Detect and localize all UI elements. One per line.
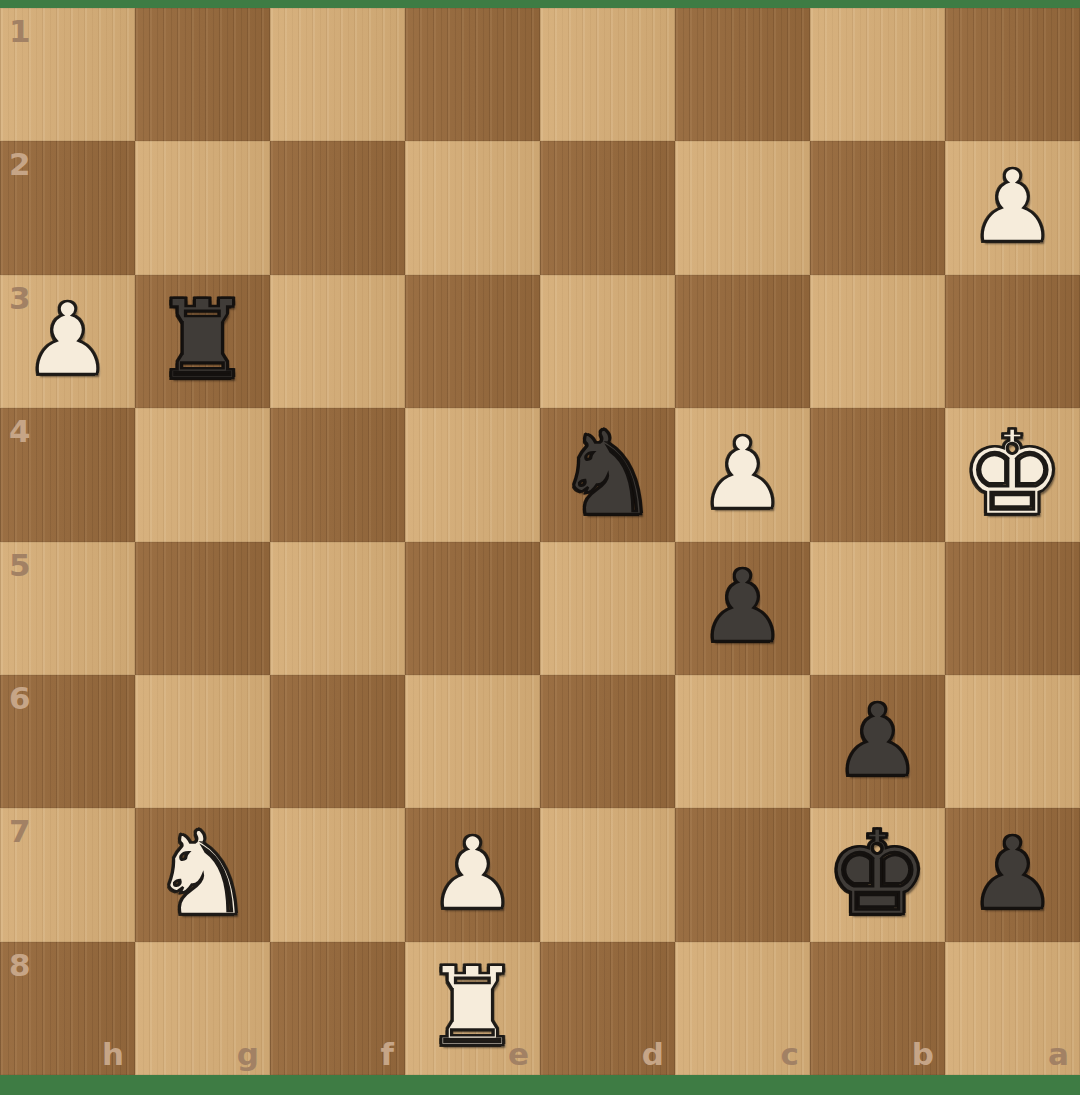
square-d5[interactable] <box>540 542 675 675</box>
square-d6[interactable] <box>540 675 675 808</box>
square-e6[interactable] <box>405 675 540 808</box>
square-a8[interactable]: a <box>945 942 1080 1075</box>
piece-black-pawn-a7[interactable]: ♟ <box>968 824 1058 924</box>
square-e2[interactable] <box>405 141 540 274</box>
square-g2[interactable] <box>135 141 270 274</box>
piece-white-king-a4[interactable]: ♚ <box>960 415 1065 532</box>
square-a4[interactable]: ♚ <box>945 408 1080 541</box>
square-d2[interactable] <box>540 141 675 274</box>
square-g7[interactable]: ♞ <box>135 808 270 941</box>
square-c1[interactable] <box>675 8 810 141</box>
square-a2[interactable]: ♟ <box>945 141 1080 274</box>
square-f6[interactable] <box>270 675 405 808</box>
piece-white-pawn-h3[interactable]: ♟ <box>23 290 113 390</box>
rank-label-2: 2 <box>9 149 31 180</box>
square-e8[interactable]: e♜ <box>405 942 540 1075</box>
square-f3[interactable] <box>270 275 405 408</box>
square-d1[interactable] <box>540 8 675 141</box>
square-f7[interactable] <box>270 808 405 941</box>
square-a7[interactable]: ♟ <box>945 808 1080 941</box>
square-a1[interactable] <box>945 8 1080 141</box>
rank-label-4: 4 <box>9 416 31 447</box>
square-e4[interactable] <box>405 408 540 541</box>
piece-black-king-b7[interactable]: ♚ <box>825 815 930 932</box>
file-label-h: h <box>102 1039 124 1070</box>
piece-black-rook-g3[interactable]: ♜ <box>153 285 252 395</box>
square-a3[interactable] <box>945 275 1080 408</box>
file-label-g: g <box>237 1039 259 1070</box>
square-f4[interactable] <box>270 408 405 541</box>
square-h2[interactable]: 2 <box>0 141 135 274</box>
square-c2[interactable] <box>675 141 810 274</box>
square-c3[interactable] <box>675 275 810 408</box>
rank-label-1: 1 <box>9 16 31 47</box>
file-label-b: b <box>912 1039 934 1070</box>
square-e5[interactable] <box>405 542 540 675</box>
piece-white-pawn-a2[interactable]: ♟ <box>968 157 1058 257</box>
square-c6[interactable] <box>675 675 810 808</box>
square-d3[interactable] <box>540 275 675 408</box>
square-f5[interactable] <box>270 542 405 675</box>
square-c4[interactable]: ♟ <box>675 408 810 541</box>
square-b8[interactable]: b <box>810 942 945 1075</box>
board-frame: 12♟3♟♜4♞♟♚5♟6♟7♞♟♚♟8hgfe♜dcba <box>0 0 1080 1095</box>
square-g8[interactable]: g <box>135 942 270 1075</box>
square-h3[interactable]: 3♟ <box>0 275 135 408</box>
square-f2[interactable] <box>270 141 405 274</box>
piece-black-pawn-b6[interactable]: ♟ <box>833 691 923 791</box>
square-h8[interactable]: 8h <box>0 942 135 1075</box>
chess-board: 12♟3♟♜4♞♟♚5♟6♟7♞♟♚♟8hgfe♜dcba <box>0 8 1080 1075</box>
square-a5[interactable] <box>945 542 1080 675</box>
piece-black-knight-d4[interactable]: ♞ <box>555 415 660 532</box>
square-b3[interactable] <box>810 275 945 408</box>
square-g4[interactable] <box>135 408 270 541</box>
square-h5[interactable]: 5 <box>0 542 135 675</box>
square-b7[interactable]: ♚ <box>810 808 945 941</box>
rank-label-7: 7 <box>9 816 31 847</box>
file-label-d: d <box>642 1039 664 1070</box>
square-c7[interactable] <box>675 808 810 941</box>
square-b1[interactable] <box>810 8 945 141</box>
piece-white-pawn-e7[interactable]: ♟ <box>428 824 518 924</box>
piece-black-pawn-c5[interactable]: ♟ <box>698 557 788 657</box>
square-g6[interactable] <box>135 675 270 808</box>
square-g3[interactable]: ♜ <box>135 275 270 408</box>
square-c5[interactable]: ♟ <box>675 542 810 675</box>
square-h7[interactable]: 7 <box>0 808 135 941</box>
square-g1[interactable] <box>135 8 270 141</box>
square-d7[interactable] <box>540 808 675 941</box>
square-b5[interactable] <box>810 542 945 675</box>
rank-label-8: 8 <box>9 950 31 981</box>
piece-white-pawn-c4[interactable]: ♟ <box>698 424 788 524</box>
square-h4[interactable]: 4 <box>0 408 135 541</box>
square-a6[interactable] <box>945 675 1080 808</box>
square-g5[interactable] <box>135 542 270 675</box>
square-b6[interactable]: ♟ <box>810 675 945 808</box>
square-e7[interactable]: ♟ <box>405 808 540 941</box>
square-f8[interactable]: f <box>270 942 405 1075</box>
piece-white-rook-e8[interactable]: ♜ <box>423 952 522 1062</box>
piece-white-knight-g7[interactable]: ♞ <box>150 815 255 932</box>
rank-label-6: 6 <box>9 683 31 714</box>
file-label-a: a <box>1048 1039 1069 1070</box>
square-d4[interactable]: ♞ <box>540 408 675 541</box>
square-b2[interactable] <box>810 141 945 274</box>
file-label-f: f <box>381 1039 395 1070</box>
file-label-c: c <box>781 1039 799 1070</box>
square-e3[interactable] <box>405 275 540 408</box>
square-f1[interactable] <box>270 8 405 141</box>
square-b4[interactable] <box>810 408 945 541</box>
square-c8[interactable]: c <box>675 942 810 1075</box>
square-h6[interactable]: 6 <box>0 675 135 808</box>
square-e1[interactable] <box>405 8 540 141</box>
square-h1[interactable]: 1 <box>0 8 135 141</box>
square-d8[interactable]: d <box>540 942 675 1075</box>
rank-label-5: 5 <box>9 550 31 581</box>
